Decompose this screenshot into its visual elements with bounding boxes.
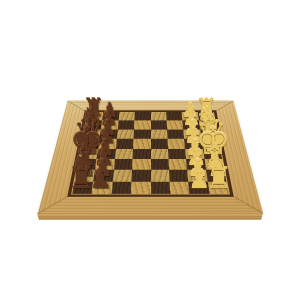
square xyxy=(117,120,134,129)
square xyxy=(111,181,131,193)
square xyxy=(118,112,134,120)
square xyxy=(150,120,166,129)
square xyxy=(150,158,168,169)
square xyxy=(114,148,132,158)
square xyxy=(134,112,150,120)
square xyxy=(134,120,150,129)
square xyxy=(150,169,169,181)
chess-set-photo: ♜♟♟♜♞♟♟♞♝♟♟♝♛♟♟♛♚♟♟♚♝♟♟♝♞♟♟♞♜♟♟♜ xyxy=(0,0,300,300)
chess-piece-dark-pawn: ♟ xyxy=(90,168,112,192)
square xyxy=(168,169,188,181)
square xyxy=(150,112,166,120)
square xyxy=(112,169,132,181)
square xyxy=(169,181,189,193)
square xyxy=(132,158,150,169)
square xyxy=(116,129,133,138)
square xyxy=(130,181,150,193)
square xyxy=(132,148,150,158)
chess-piece-light-rook: ♜ xyxy=(205,164,232,194)
square xyxy=(167,148,185,158)
square xyxy=(166,112,182,120)
square xyxy=(113,158,132,169)
square xyxy=(133,129,150,138)
square xyxy=(166,129,183,138)
square xyxy=(131,169,150,181)
square xyxy=(133,138,150,148)
board-front-edge xyxy=(37,213,263,220)
square xyxy=(115,138,133,148)
square xyxy=(168,158,187,169)
square xyxy=(150,181,170,193)
square xyxy=(150,138,167,148)
square xyxy=(150,129,167,138)
square xyxy=(167,138,185,148)
square xyxy=(150,148,168,158)
